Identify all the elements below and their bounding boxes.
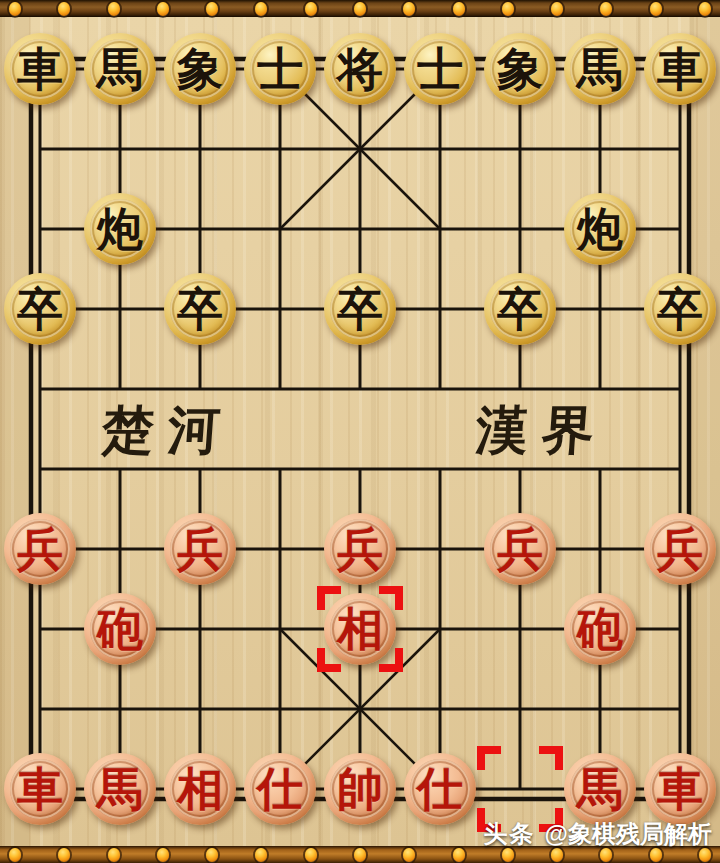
piece-glyph: 車 — [657, 46, 703, 92]
piece-glyph: 炮 — [577, 206, 623, 252]
gold-stud-icon — [650, 2, 662, 16]
piece-glyph: 士 — [417, 46, 463, 92]
gold-stud-icon — [157, 2, 169, 16]
piece-glyph: 兵 — [17, 526, 63, 572]
piece-black-r3c4[interactable]: 卒 — [324, 273, 396, 345]
gold-stud-icon — [58, 2, 70, 16]
piece-black-r0c3[interactable]: 士 — [244, 33, 316, 105]
piece-glyph: 兵 — [497, 526, 543, 572]
piece-glyph: 仕 — [417, 766, 463, 812]
gold-stud-icon — [699, 848, 711, 862]
gold-stud-icon — [551, 848, 563, 862]
highlight-corner-icon — [317, 648, 341, 672]
piece-glyph: 車 — [17, 766, 63, 812]
gold-stud-icon — [699, 2, 711, 16]
gold-stud-icon — [108, 2, 120, 16]
gold-stud-icon — [157, 848, 169, 862]
piece-black-r0c4[interactable]: 将 — [324, 33, 396, 105]
piece-glyph: 兵 — [177, 526, 223, 572]
watermark: 头条 @象棋残局解析 — [484, 821, 712, 847]
gold-stud-icon — [600, 848, 612, 862]
gold-stud-icon — [403, 2, 415, 16]
piece-red-r9c0[interactable]: 車 — [4, 753, 76, 825]
piece-black-r0c8[interactable]: 車 — [644, 33, 716, 105]
piece-red-r7c7[interactable]: 砲 — [564, 593, 636, 665]
piece-black-r3c0[interactable]: 卒 — [4, 273, 76, 345]
gold-stud-icon — [206, 2, 218, 16]
piece-glyph: 車 — [17, 46, 63, 92]
piece-glyph: 象 — [497, 46, 543, 92]
gold-stud-icon — [551, 2, 563, 16]
piece-black-r0c6[interactable]: 象 — [484, 33, 556, 105]
gold-stud-icon — [305, 2, 317, 16]
gold-stud-icon — [354, 2, 366, 16]
piece-glyph: 象 — [177, 46, 223, 92]
piece-red-r9c4[interactable]: 帥 — [324, 753, 396, 825]
piece-glyph: 砲 — [97, 606, 143, 652]
piece-glyph: 卒 — [177, 286, 223, 332]
piece-black-r2c1[interactable]: 炮 — [84, 193, 156, 265]
piece-glyph: 卒 — [497, 286, 543, 332]
highlight-corner-icon — [539, 746, 563, 770]
gold-stud-icon — [255, 848, 267, 862]
river-label-right: 漢界 — [474, 396, 611, 464]
river-band: 楚河 漢界 — [0, 396, 720, 468]
gold-stud-icon — [58, 848, 70, 862]
piece-glyph: 砲 — [577, 606, 623, 652]
gold-stud-icon — [403, 848, 415, 862]
piece-red-r9c7[interactable]: 馬 — [564, 753, 636, 825]
piece-glyph: 士 — [257, 46, 303, 92]
piece-black-r3c2[interactable]: 卒 — [164, 273, 236, 345]
piece-glyph: 馬 — [577, 766, 623, 812]
piece-glyph: 卒 — [657, 286, 703, 332]
decor-bar-top — [0, 0, 720, 17]
gold-stud-icon — [502, 2, 514, 16]
piece-glyph: 帥 — [337, 766, 383, 812]
watermark-handle: @象棋残局解析 — [545, 821, 712, 847]
gold-stud-icon — [9, 848, 21, 862]
piece-glyph: 卒 — [337, 286, 383, 332]
piece-red-r6c8[interactable]: 兵 — [644, 513, 716, 585]
gold-stud-icon — [453, 2, 465, 16]
piece-glyph: 馬 — [97, 46, 143, 92]
piece-red-r9c2[interactable]: 相 — [164, 753, 236, 825]
piece-glyph: 炮 — [97, 206, 143, 252]
watermark-brand: 头条 — [484, 821, 536, 847]
piece-red-r9c1[interactable]: 馬 — [84, 753, 156, 825]
gold-stud-icon — [108, 848, 120, 862]
gold-stud-icon — [453, 848, 465, 862]
gold-stud-icon — [600, 2, 612, 16]
xiangqi-app: 楚河 漢界 車馬象士将士象馬車炮炮卒卒卒卒卒兵兵兵兵兵砲相砲車馬相仕帥仕馬車 头… — [0, 0, 720, 863]
piece-red-r6c2[interactable]: 兵 — [164, 513, 236, 585]
piece-glyph: 馬 — [577, 46, 623, 92]
piece-red-r7c1[interactable]: 砲 — [84, 593, 156, 665]
piece-glyph: 将 — [337, 46, 383, 92]
highlight-corner-icon — [317, 586, 341, 610]
river-label-left: 楚河 — [100, 396, 237, 464]
piece-black-r0c5[interactable]: 士 — [404, 33, 476, 105]
gold-stud-icon — [354, 848, 366, 862]
gold-stud-icon — [502, 848, 514, 862]
gold-stud-icon — [305, 848, 317, 862]
piece-glyph: 兵 — [337, 526, 383, 572]
piece-glyph: 馬 — [97, 766, 143, 812]
piece-glyph: 卒 — [17, 286, 63, 332]
piece-black-r3c6[interactable]: 卒 — [484, 273, 556, 345]
highlight-corner-icon — [379, 586, 403, 610]
last-move-highlight-destination — [317, 586, 403, 672]
piece-red-r9c3[interactable]: 仕 — [244, 753, 316, 825]
piece-glyph: 相 — [177, 766, 223, 812]
gold-stud-icon — [206, 848, 218, 862]
piece-black-r0c2[interactable]: 象 — [164, 33, 236, 105]
piece-black-r0c0[interactable]: 車 — [4, 33, 76, 105]
piece-glyph: 仕 — [257, 766, 303, 812]
highlight-corner-icon — [477, 746, 501, 770]
piece-glyph: 兵 — [657, 526, 703, 572]
gold-stud-icon — [650, 848, 662, 862]
piece-black-r2c7[interactable]: 炮 — [564, 193, 636, 265]
piece-black-r3c8[interactable]: 卒 — [644, 273, 716, 345]
piece-red-r6c6[interactable]: 兵 — [484, 513, 556, 585]
decor-bar-bottom — [0, 846, 720, 863]
gold-stud-icon — [9, 2, 21, 16]
piece-red-r9c5[interactable]: 仕 — [404, 753, 476, 825]
gold-stud-icon — [255, 2, 267, 16]
piece-black-r0c1[interactable]: 馬 — [84, 33, 156, 105]
piece-red-r6c4[interactable]: 兵 — [324, 513, 396, 585]
piece-red-r6c0[interactable]: 兵 — [4, 513, 76, 585]
piece-red-r9c8[interactable]: 車 — [644, 753, 716, 825]
highlight-corner-icon — [379, 648, 403, 672]
piece-glyph: 車 — [657, 766, 703, 812]
piece-black-r0c7[interactable]: 馬 — [564, 33, 636, 105]
